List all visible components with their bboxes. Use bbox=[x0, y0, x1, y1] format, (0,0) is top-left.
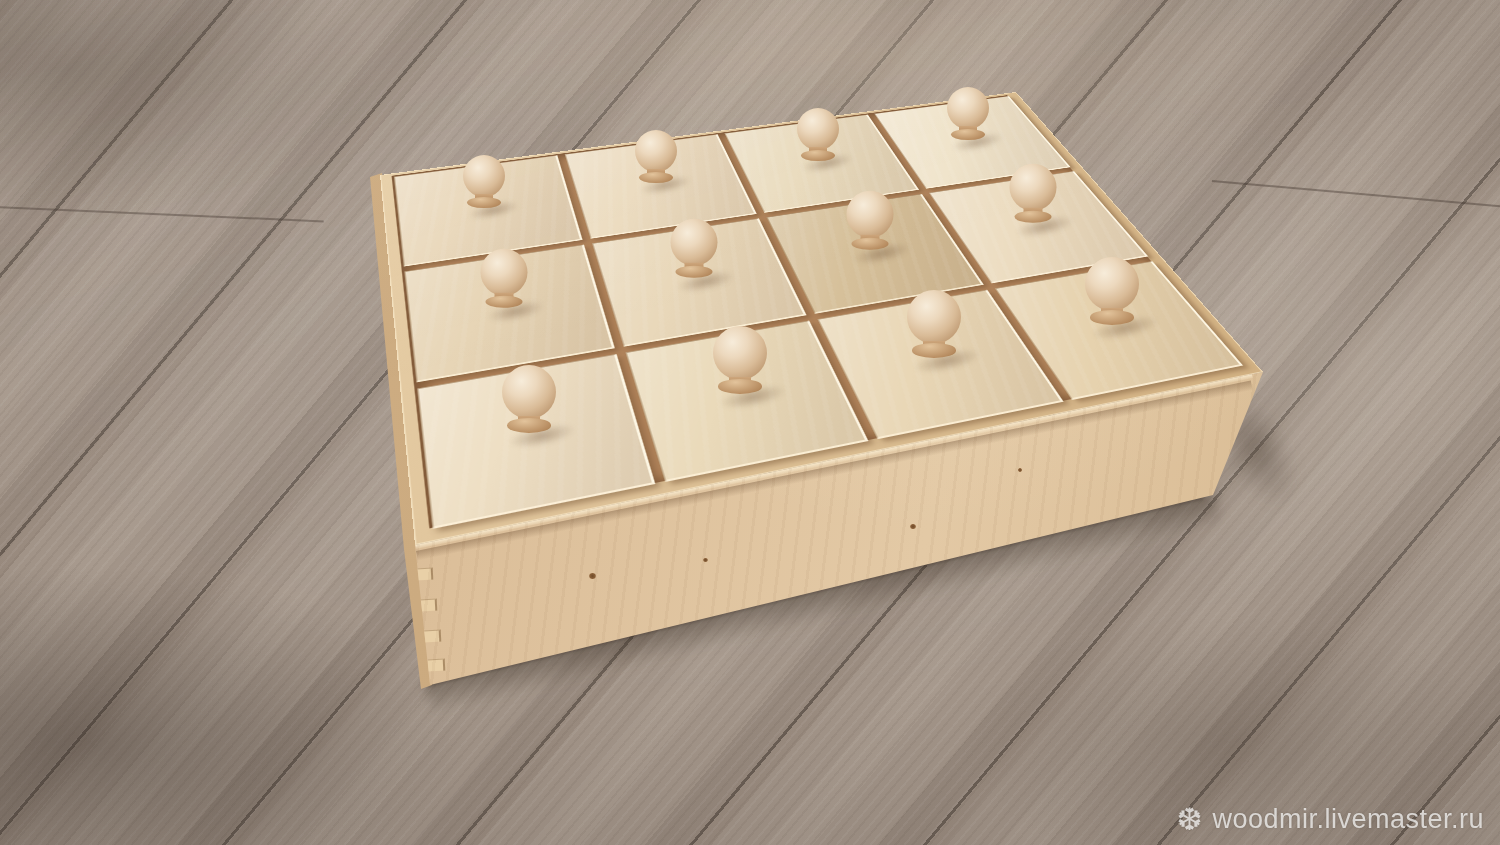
wood-knot bbox=[703, 558, 708, 562]
knob-ball bbox=[847, 191, 894, 238]
knob-base bbox=[1090, 310, 1133, 325]
finger-joint bbox=[428, 659, 446, 672]
knob-ball bbox=[463, 155, 505, 197]
knob[interactable] bbox=[1010, 164, 1057, 223]
knob-ball bbox=[671, 219, 718, 266]
knob-ball bbox=[481, 249, 528, 296]
watermark-text: woodmir.livemaster.ru bbox=[1212, 804, 1484, 835]
finger-joint bbox=[420, 599, 438, 612]
knob-base bbox=[639, 172, 673, 183]
knob[interactable] bbox=[713, 326, 767, 394]
knob-base bbox=[507, 418, 550, 433]
knob[interactable] bbox=[481, 249, 528, 308]
knob-base bbox=[951, 129, 985, 140]
knob-ball bbox=[947, 87, 989, 129]
knob[interactable] bbox=[947, 87, 989, 140]
wood-knot bbox=[1018, 468, 1022, 472]
finger-joint bbox=[424, 630, 442, 643]
knob[interactable] bbox=[847, 191, 894, 250]
knob-ball bbox=[635, 130, 677, 172]
knob[interactable] bbox=[671, 219, 718, 278]
knob[interactable] bbox=[635, 130, 677, 183]
knob[interactable] bbox=[907, 290, 961, 358]
knob[interactable] bbox=[797, 108, 839, 161]
knob[interactable] bbox=[502, 365, 556, 433]
knob-base bbox=[801, 150, 835, 161]
wood-knot bbox=[589, 573, 596, 579]
knob-base bbox=[467, 197, 501, 208]
watermark: ❆ woodmir.livemaster.ru bbox=[1176, 804, 1484, 835]
knob-ball bbox=[713, 326, 767, 380]
knob-ball bbox=[1085, 257, 1139, 311]
knob[interactable] bbox=[1085, 257, 1139, 325]
knob-ball bbox=[502, 365, 556, 419]
snowflake-icon: ❆ bbox=[1176, 804, 1202, 835]
knob-ball bbox=[797, 108, 839, 150]
wood-knot bbox=[910, 524, 916, 529]
knob-ball bbox=[1010, 164, 1057, 211]
knob-ball bbox=[907, 290, 961, 344]
photo-scene: ❆ woodmir.livemaster.ru bbox=[0, 0, 1500, 845]
knob-base bbox=[718, 379, 761, 394]
knob-base bbox=[912, 343, 955, 358]
knob[interactable] bbox=[463, 155, 505, 208]
